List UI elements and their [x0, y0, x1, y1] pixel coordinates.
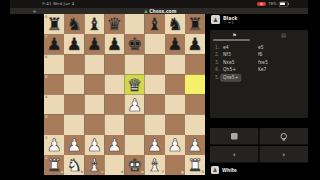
- rank-label-1: 1: [45, 156, 47, 160]
- move-number: 1.: [215, 44, 219, 51]
- panel-tabs: ⚑ ▤: [210, 30, 308, 41]
- move-forward-button[interactable]: ›: [260, 146, 309, 163]
- white-player-name: White: [222, 168, 237, 173]
- captured-knight-icon: ♘: [223, 21, 227, 26]
- forward-arrow-icon: ›: [282, 150, 285, 159]
- square-d6[interactable]: [104, 54, 124, 74]
- square-g6[interactable]: [165, 54, 185, 74]
- game-controls: ‹ ›: [210, 128, 308, 163]
- square-e3[interactable]: [125, 115, 145, 135]
- piece-black-bishop-f8[interactable]: ♝: [145, 14, 165, 34]
- file-label-e: e: [141, 171, 143, 175]
- square-g3[interactable]: [165, 115, 185, 135]
- white-move-san[interactable]: Qxe5+: [221, 74, 241, 82]
- piece-black-pawn-h7[interactable]: ♟: [185, 34, 205, 54]
- square-c1[interactable]: c♝: [84, 155, 104, 175]
- square-a2[interactable]: 2♟: [44, 135, 64, 155]
- square-d5[interactable]: [104, 74, 124, 94]
- square-a1[interactable]: 1a♜: [44, 155, 64, 175]
- square-c4[interactable]: [84, 95, 104, 115]
- black-move-san[interactable]: f6: [258, 52, 262, 59]
- file-label-g: g: [181, 171, 184, 175]
- flip-board-button[interactable]: [210, 128, 259, 145]
- square-e6[interactable]: [125, 54, 145, 74]
- rank-label-8: 8: [45, 15, 47, 19]
- piece-black-pawn-d7[interactable]: ♟: [104, 34, 124, 54]
- square-d3[interactable]: [104, 115, 124, 135]
- square-h1[interactable]: h♜: [185, 155, 205, 175]
- square-h7[interactable]: ♟: [185, 34, 205, 54]
- tab-moves[interactable]: ⚑: [210, 30, 259, 41]
- explore-tab-icon: ▤: [281, 33, 286, 39]
- piece-white-pawn-d2[interactable]: ♟: [104, 135, 124, 155]
- piece-white-pawn-g2[interactable]: ♟: [165, 135, 185, 155]
- square-f4[interactable]: [145, 95, 165, 115]
- square-f8[interactable]: ♝: [145, 14, 165, 34]
- white-move-san[interactable]: Nxe5: [223, 59, 235, 66]
- material-advantage: +1: [228, 21, 234, 26]
- move-number: 4.: [215, 67, 219, 74]
- square-d4[interactable]: [104, 95, 124, 115]
- hint-bulb-icon: [281, 133, 288, 140]
- move-back-button[interactable]: ‹: [210, 146, 259, 163]
- square-c3[interactable]: [84, 115, 104, 135]
- square-g8[interactable]: ♞: [165, 14, 185, 34]
- piece-white-queen-e5[interactable]: ♛: [125, 74, 145, 94]
- square-e8[interactable]: [125, 14, 145, 34]
- square-g5[interactable]: [165, 74, 185, 94]
- square-a5[interactable]: 5: [44, 74, 64, 94]
- battery-nub: [288, 3, 289, 5]
- square-b7[interactable]: ♟: [64, 34, 84, 54]
- square-b5[interactable]: [64, 74, 84, 94]
- battery-percentage: 78%: [268, 2, 277, 7]
- square-g4[interactable]: [165, 95, 185, 115]
- square-d2[interactable]: ♟: [104, 135, 124, 155]
- square-f6[interactable]: [145, 54, 165, 74]
- piece-black-king-e7[interactable]: ♚: [125, 34, 145, 54]
- rank-label-6: 6: [45, 55, 47, 59]
- square-d8[interactable]: ♛: [104, 14, 124, 34]
- battery-fill: [280, 3, 285, 6]
- black-move-san[interactable]: e5: [258, 44, 264, 51]
- piece-black-rook-h8[interactable]: ♜: [185, 14, 205, 34]
- flip-board-icon: [231, 133, 238, 140]
- recording-dot-icon: [261, 3, 263, 5]
- move-row-4: 4.Qh5+Ke7: [210, 67, 308, 74]
- square-e5[interactable]: ♛: [125, 74, 145, 94]
- square-f2[interactable]: ♟: [145, 135, 165, 155]
- square-f1[interactable]: f♝: [145, 155, 165, 175]
- app-frame: 9:41 Wed Jun 4 78% + ♟ Chess.com 8♜♞♝♛♝♞…: [0, 0, 320, 180]
- moves-tab-flag-icon: ⚑: [232, 33, 236, 39]
- back-arrow-icon: ‹: [233, 150, 236, 159]
- square-a7[interactable]: 7♟: [44, 34, 64, 54]
- move-row-5: 5.Qxe5+: [210, 74, 308, 81]
- square-b6[interactable]: [64, 54, 84, 74]
- white-move-san[interactable]: Qh5+: [223, 67, 236, 74]
- white-move-san[interactable]: Nf3: [223, 52, 231, 59]
- square-c6[interactable]: [84, 54, 104, 74]
- piece-black-queen-d8[interactable]: ♛: [104, 14, 124, 34]
- move-row-1: 1.e4e5: [210, 44, 308, 51]
- chess-board[interactable]: 8♜♞♝♛♝♞♜7♟♟♟♟♚♟♟65♛4♟32♟♟♟♟♟♟♟1a♜b♞c♝de♚…: [44, 14, 205, 175]
- square-g2[interactable]: ♟: [165, 135, 185, 155]
- rank-label-2: 2: [45, 136, 47, 140]
- moves-panel: ⚑ ▤ 1.e4e52.Nf3f63.Nxe5fxe54.Qh5+Ke75.Qx…: [210, 30, 308, 118]
- square-e2[interactable]: [125, 135, 145, 155]
- piece-white-pawn-b2[interactable]: ♟: [64, 135, 84, 155]
- move-number: 3.: [215, 59, 219, 66]
- rank-label-7: 7: [45, 35, 47, 39]
- square-h5[interactable]: [185, 74, 205, 94]
- logo-text: Chess.com: [149, 9, 176, 14]
- square-g1[interactable]: g: [165, 155, 185, 175]
- square-e4[interactable]: ♟: [125, 95, 145, 115]
- square-f5[interactable]: [145, 74, 165, 94]
- piece-white-pawn-e4[interactable]: ♟: [125, 95, 145, 115]
- square-e1[interactable]: e♚: [125, 155, 145, 175]
- piece-black-bishop-c8[interactable]: ♝: [84, 14, 104, 34]
- black-player-avatar[interactable]: ♟: [211, 15, 220, 24]
- square-b1[interactable]: b♞: [64, 155, 84, 175]
- piece-black-pawn-c7[interactable]: ♟: [84, 34, 104, 54]
- square-d1[interactable]: d: [104, 155, 124, 175]
- square-h8[interactable]: ♜: [185, 14, 205, 34]
- rank-label-4: 4: [45, 96, 47, 100]
- square-b8[interactable]: ♞: [64, 14, 84, 34]
- piece-white-pawn-h2[interactable]: ♟: [185, 135, 205, 155]
- file-label-b: b: [81, 171, 84, 175]
- square-f7[interactable]: [145, 34, 165, 54]
- square-b4[interactable]: [64, 95, 84, 115]
- square-f3[interactable]: [145, 115, 165, 135]
- active-tab-underline: [213, 40, 250, 41]
- square-g7[interactable]: ♟: [165, 34, 185, 54]
- file-label-f: f: [162, 171, 164, 175]
- white-player-avatar[interactable]: ♟: [211, 166, 219, 174]
- tab-explore[interactable]: ▤: [259, 30, 308, 41]
- black-move-san[interactable]: Ke7: [258, 67, 266, 74]
- square-c8[interactable]: ♝: [84, 14, 104, 34]
- white-move-san[interactable]: e4: [223, 44, 229, 51]
- square-a3[interactable]: 3: [44, 115, 64, 135]
- file-label-h: h: [202, 171, 204, 175]
- file-label-d: d: [121, 171, 124, 175]
- move-row-2: 2.Nf3f6: [210, 52, 308, 59]
- logo-pawn-icon: ♟: [144, 9, 148, 14]
- square-h6[interactable]: [185, 54, 205, 74]
- move-number: 5.: [215, 74, 219, 81]
- square-h3[interactable]: [185, 115, 205, 135]
- square-h4[interactable]: [185, 95, 205, 115]
- square-e7[interactable]: ♚: [125, 34, 145, 54]
- square-h2[interactable]: ♟: [185, 135, 205, 155]
- square-a4[interactable]: 4: [44, 95, 64, 115]
- piece-white-pawn-c2[interactable]: ♟: [84, 135, 104, 155]
- hint-button[interactable]: [260, 128, 309, 145]
- square-d7[interactable]: ♟: [104, 34, 124, 54]
- piece-black-knight-b8[interactable]: ♞: [64, 14, 84, 34]
- rank-label-3: 3: [45, 116, 47, 120]
- status-time-date: 9:41 Wed Jun 4: [42, 2, 74, 7]
- square-c7[interactable]: ♟: [84, 34, 104, 54]
- square-b2[interactable]: ♟: [64, 135, 84, 155]
- sidebar: ♟ Black ♘ +1 ⚑ ▤ 1.e4e52.Nf3f63.Nxe5fxe5…: [210, 14, 308, 175]
- square-a6[interactable]: 6: [44, 54, 64, 74]
- square-a8[interactable]: 8♜: [44, 14, 64, 34]
- move-row-3: 3.Nxe5fxe5: [210, 59, 308, 66]
- move-number: 2.: [215, 52, 219, 59]
- square-b3[interactable]: [64, 115, 84, 135]
- black-move-san[interactable]: fxe5: [258, 59, 268, 66]
- piece-white-pawn-f2[interactable]: ♟: [145, 135, 165, 155]
- file-label-c: c: [101, 171, 103, 175]
- file-label-a: a: [61, 171, 63, 175]
- square-c2[interactable]: ♟: [84, 135, 104, 155]
- rank-label-5: 5: [45, 75, 47, 79]
- piece-black-pawn-b7[interactable]: ♟: [64, 34, 84, 54]
- piece-black-knight-g8[interactable]: ♞: [165, 14, 185, 34]
- black-captured-pieces: ♘ +1: [223, 21, 234, 26]
- piece-black-pawn-g7[interactable]: ♟: [165, 34, 185, 54]
- square-c5[interactable]: [84, 74, 104, 94]
